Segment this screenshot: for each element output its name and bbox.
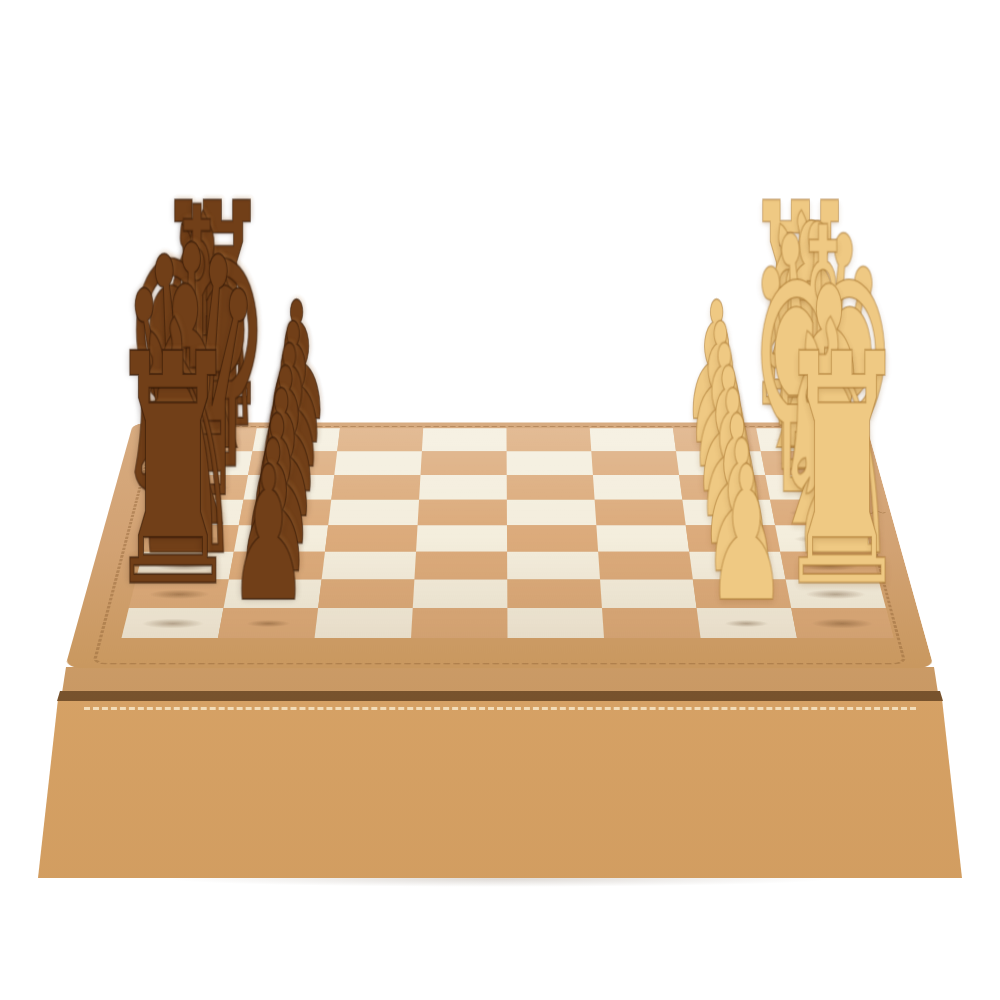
square-d5 [418, 500, 507, 526]
square-g4 [507, 579, 602, 608]
chess-board-grid: ♜♟♟♜♞♟♟♞♝♟♟♝♚♟♟♛♛♟♟♚♝♟♟♝♞♟♟♞♜♟♟♜ [121, 428, 893, 638]
square-d4 [507, 500, 597, 526]
square-b5 [420, 451, 506, 475]
square-e5 [416, 525, 507, 552]
product-photo: ♜♟♟♜♞♟♟♞♝♟♟♝♚♟♟♛♛♟♟♚♝♟♟♝♞♟♟♞♜♟♟♜ [0, 0, 1000, 1000]
square-e4 [507, 525, 598, 552]
square-c5 [419, 475, 507, 500]
square-b4 [507, 451, 593, 475]
square-f4 [507, 552, 600, 580]
box-lid-top: ♜♟♟♜♞♟♟♞♝♟♟♝♚♟♟♛♛♟♟♚♝♟♟♝♞♟♟♞♜♟♟♜ [65, 423, 934, 669]
square-g5 [413, 579, 508, 608]
square-f5 [414, 552, 507, 580]
square-c4 [507, 475, 595, 500]
square-a5 [422, 428, 507, 451]
piece-black-pawn-h7: ♟ [167, 447, 371, 624]
scene-3d: ♜♟♟♜♞♟♟♞♝♟♟♝♚♟♟♛♛♟♟♚♝♟♟♝♞♟♟♞♜♟♟♜ [0, 0, 1000, 1000]
square-a4 [506, 428, 591, 451]
piece-white-pawn-h2: ♟ [644, 447, 848, 624]
